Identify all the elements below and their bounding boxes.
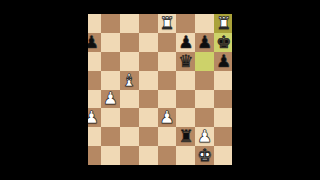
black-pawn[interactable]: ♟ (178, 33, 193, 50)
white-rook[interactable]: ♜ (216, 14, 231, 31)
white-pawn[interactable]: ♟ (197, 128, 212, 145)
square-b2[interactable] (101, 127, 120, 146)
square-c6[interactable] (120, 52, 139, 71)
square-d2[interactable] (139, 127, 158, 146)
square-h5[interactable] (214, 71, 233, 90)
square-b7[interactable] (101, 33, 120, 52)
square-e6[interactable] (158, 52, 177, 71)
square-e2[interactable] (158, 127, 177, 146)
square-c8[interactable] (120, 14, 139, 33)
square-b6[interactable] (101, 52, 120, 71)
square-f5[interactable] (176, 71, 195, 90)
square-f8[interactable] (176, 14, 195, 33)
square-g8[interactable] (195, 14, 214, 33)
white-rook[interactable]: ♜ (159, 14, 174, 31)
square-c2[interactable] (120, 127, 139, 146)
square-h7[interactable]: ♚ (214, 33, 233, 52)
letterbox-bottom (0, 165, 320, 180)
square-e1[interactable] (158, 146, 177, 165)
letterbox-right (232, 0, 320, 180)
square-d3[interactable] (139, 108, 158, 127)
white-pawn[interactable]: ♟ (159, 109, 174, 126)
square-h4[interactable] (214, 90, 233, 109)
white-king[interactable]: ♚ (197, 147, 212, 164)
square-g3[interactable] (195, 108, 214, 127)
square-e7[interactable] (158, 33, 177, 52)
letterbox-left (0, 0, 88, 180)
square-c5[interactable]: ♝ (120, 71, 139, 90)
black-pawn[interactable]: ♟ (216, 52, 231, 69)
square-d6[interactable] (139, 52, 158, 71)
square-h3[interactable] (214, 108, 233, 127)
square-h2[interactable] (214, 127, 233, 146)
white-bishop[interactable]: ♝ (122, 71, 137, 88)
white-pawn[interactable]: ♟ (103, 90, 118, 107)
black-queen[interactable]: ♛ (178, 52, 193, 69)
square-c7[interactable] (120, 33, 139, 52)
square-b3[interactable] (101, 108, 120, 127)
square-c3[interactable] (120, 108, 139, 127)
black-rook[interactable]: ♜ (178, 128, 193, 145)
square-h1[interactable] (214, 146, 233, 165)
square-b1[interactable] (101, 146, 120, 165)
square-c4[interactable] (120, 90, 139, 109)
square-f1[interactable] (176, 146, 195, 165)
square-g6[interactable] (195, 52, 214, 71)
chess-board: ♜♜♟♟♟♚♛♟♝♟♟♟♜♟♚ (82, 14, 233, 165)
black-pawn[interactable]: ♟ (197, 33, 212, 50)
square-e8[interactable]: ♜ (158, 14, 177, 33)
square-g7[interactable]: ♟ (195, 33, 214, 52)
square-e3[interactable]: ♟ (158, 108, 177, 127)
square-b8[interactable] (101, 14, 120, 33)
square-d1[interactable] (139, 146, 158, 165)
square-g4[interactable] (195, 90, 214, 109)
square-f3[interactable] (176, 108, 195, 127)
square-c1[interactable] (120, 146, 139, 165)
square-f7[interactable]: ♟ (176, 33, 195, 52)
square-b4[interactable]: ♟ (101, 90, 120, 109)
video-frame: ♜♜♟♟♟♚♛♟♝♟♟♟♜♟♚ (0, 0, 320, 180)
square-d5[interactable] (139, 71, 158, 90)
square-e5[interactable] (158, 71, 177, 90)
square-d8[interactable] (139, 14, 158, 33)
square-h6[interactable]: ♟ (214, 52, 233, 71)
square-f6[interactable]: ♛ (176, 52, 195, 71)
square-f4[interactable] (176, 90, 195, 109)
letterbox-top (0, 0, 320, 14)
square-g5[interactable] (195, 71, 214, 90)
square-h8[interactable]: ♜ (214, 14, 233, 33)
square-b5[interactable] (101, 71, 120, 90)
square-f2[interactable]: ♜ (176, 127, 195, 146)
black-king[interactable]: ♚ (216, 33, 231, 50)
square-g2[interactable]: ♟ (195, 127, 214, 146)
square-e4[interactable] (158, 90, 177, 109)
square-d4[interactable] (139, 90, 158, 109)
square-g1[interactable]: ♚ (195, 146, 214, 165)
square-d7[interactable] (139, 33, 158, 52)
